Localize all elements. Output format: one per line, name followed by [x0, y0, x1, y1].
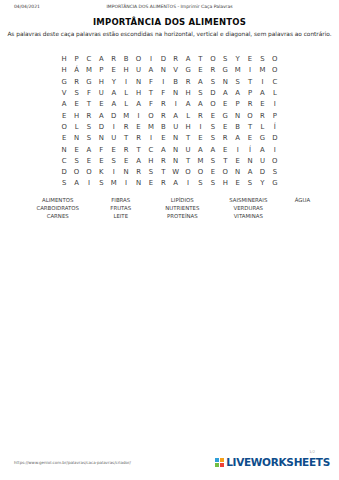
word-list-item: VERDURAS: [233, 204, 263, 212]
grid-cell-r1c4[interactable]: A: [95, 54, 107, 65]
word-list-item: SAISMINERAIS: [229, 196, 267, 204]
grid-cell-r2c15[interactable]: M: [231, 65, 243, 76]
grid-cell-r7c8[interactable]: M: [145, 122, 157, 133]
grid-cell-r9c16[interactable]: Í: [244, 144, 256, 155]
grid-cell-r7c11[interactable]: H: [182, 122, 194, 133]
grid-cell-r3c5[interactable]: Y: [108, 77, 120, 88]
grid-cell-r4c8[interactable]: T: [145, 88, 157, 99]
grid-cell-r9c2[interactable]: E: [70, 144, 82, 155]
grid-cell-r9c1[interactable]: N: [58, 144, 70, 155]
grid-cell-r3c10[interactable]: B: [170, 77, 182, 88]
grid-cell-r11c16[interactable]: A: [244, 167, 256, 178]
grid-cell-r7c4[interactable]: D: [95, 122, 107, 133]
grid-cell-r1c9[interactable]: D: [157, 54, 169, 65]
grid-cell-r4c16[interactable]: P: [244, 88, 256, 99]
grid-cell-r12c8[interactable]: E: [145, 178, 157, 189]
grid-cell-r12c15[interactable]: E: [231, 178, 243, 189]
grid-cell-r4c12[interactable]: S: [194, 88, 206, 99]
grid-cell-r3c18[interactable]: C: [269, 77, 281, 88]
grid-cell-r11c7[interactable]: R: [132, 167, 144, 178]
grid-cell-r4c3[interactable]: F: [83, 88, 95, 99]
grid-cell-r12c3[interactable]: I: [83, 178, 95, 189]
logo-square: [220, 458, 224, 462]
grid-cell-r6c1[interactable]: E: [58, 110, 70, 121]
grid-cell-r9c18[interactable]: I: [269, 144, 281, 155]
word-list-item: CARBOIDRATOS: [36, 204, 79, 212]
grid-cell-r11c15[interactable]: N: [231, 167, 243, 178]
grid-cell-r2c18[interactable]: O: [269, 65, 281, 76]
word-list-column: ALIMENTOSCARBOIDRATOSCARNES: [24, 196, 91, 220]
grid-cell-r3c14[interactable]: N: [219, 77, 231, 88]
grid-cell-r6c2[interactable]: H: [70, 110, 82, 121]
grid-cell-r6c5[interactable]: D: [108, 110, 120, 121]
grid-cell-r9c6[interactable]: R: [120, 144, 132, 155]
grid-cell-r7c5[interactable]: I: [108, 122, 120, 133]
grid-cell-r5c15[interactable]: P: [231, 99, 243, 110]
grid-cell-r4c13[interactable]: D: [207, 88, 219, 99]
grid-cell-r1c15[interactable]: Y: [231, 54, 243, 65]
grid-cell-r9c7[interactable]: T: [132, 144, 144, 155]
grid-cell-r12c10[interactable]: A: [170, 178, 182, 189]
grid-cell-r11c14[interactable]: O: [219, 167, 231, 178]
grid-cell-r9c12[interactable]: A: [194, 144, 206, 155]
grid-cell-r2c17[interactable]: M: [256, 65, 268, 76]
grid-cell-r9c3[interactable]: A: [83, 144, 95, 155]
grid-cell-r2c9[interactable]: N: [157, 65, 169, 76]
grid-cell-r3c6[interactable]: I: [120, 77, 132, 88]
grid-cell-r3c2[interactable]: R: [70, 77, 82, 88]
grid-cell-r4c1[interactable]: V: [58, 88, 70, 99]
grid-cell-r2c5[interactable]: E: [108, 65, 120, 76]
grid-cell-r7c9[interactable]: B: [157, 122, 169, 133]
grid-cell-r4c5[interactable]: A: [108, 88, 120, 99]
grid-cell-r10c16[interactable]: N: [244, 156, 256, 167]
grid-cell-r3c13[interactable]: S: [207, 77, 219, 88]
word-list: ALIMENTOSCARBOIDRATOSCARNESFIBRASFRUTASL…: [24, 196, 323, 220]
grid-cell-r6c7[interactable]: I: [132, 110, 144, 121]
grid-cell-r10c18[interactable]: O: [269, 156, 281, 167]
grid-cell-r10c11[interactable]: T: [182, 156, 194, 167]
grid-cell-r1c5[interactable]: R: [108, 54, 120, 65]
grid-cell-r4c14[interactable]: A: [219, 88, 231, 99]
word-search-grid: HPCARBOIDRATOSYESOHÁMPEHUANVGERGMIMOGRGH…: [58, 54, 281, 190]
print-header-doc-title: IMPORTÂNCIA DOS ALIMENTOS - Imprimir Caç…: [0, 4, 339, 9]
word-list-column: FIBRASFRUTASLEITE: [91, 196, 150, 220]
grid-cell-r11c10[interactable]: W: [170, 167, 182, 178]
grid-cell-r4c7[interactable]: H: [132, 88, 144, 99]
grid-cell-r12c11[interactable]: I: [182, 178, 194, 189]
grid-cell-r10c9[interactable]: R: [157, 156, 169, 167]
grid-cell-r10c10[interactable]: N: [170, 156, 182, 167]
grid-cell-r2c6[interactable]: H: [120, 65, 132, 76]
grid-cell-r2c16[interactable]: I: [244, 65, 256, 76]
grid-cell-r2c14[interactable]: G: [219, 65, 231, 76]
grid-cell-r12c16[interactable]: S: [244, 178, 256, 189]
page-number: 1/2: [309, 450, 315, 454]
grid-cell-r3c4[interactable]: H: [95, 77, 107, 88]
liveworksheets-logo-text: LIVEWORKSHEETS: [226, 456, 330, 468]
word-list-item: ÁGUA: [295, 196, 310, 204]
grid-cell-r5c17[interactable]: E: [256, 99, 268, 110]
grid-cell-r12c1[interactable]: S: [58, 178, 70, 189]
grid-cell-r8c13[interactable]: S: [207, 133, 219, 144]
grid-cell-r1c8[interactable]: I: [145, 54, 157, 65]
grid-cell-r11c4[interactable]: K: [95, 167, 107, 178]
grid-cell-r4c11[interactable]: H: [182, 88, 194, 99]
grid-cell-r8c16[interactable]: E: [244, 133, 256, 144]
grid-cell-r8c5[interactable]: U: [108, 133, 120, 144]
grid-cell-r6c8[interactable]: O: [145, 110, 157, 121]
grid-cell-r9c14[interactable]: E: [219, 144, 231, 155]
grid-cell-r2c10[interactable]: V: [170, 65, 182, 76]
grid-cell-r6c14[interactable]: G: [219, 110, 231, 121]
grid-cell-r12c9[interactable]: R: [157, 178, 169, 189]
grid-cell-r10c1[interactable]: C: [58, 156, 70, 167]
grid-cell-r6c12[interactable]: R: [194, 110, 206, 121]
word-list-item: VITAMINAS: [234, 212, 263, 220]
grid-cell-r5c2[interactable]: E: [70, 99, 82, 110]
page-title: IMPORTÂNCIA DOS ALIMENTOS: [0, 17, 339, 27]
grid-cell-r8c11[interactable]: T: [182, 133, 194, 144]
grid-cell-r12c2[interactable]: A: [70, 178, 82, 189]
grid-cell-r4c9[interactable]: F: [157, 88, 169, 99]
grid-cell-r1c13[interactable]: O: [207, 54, 219, 65]
logo-square: [220, 463, 224, 467]
footer-source-url: https://www.geniol.com.br/palavras/caca-…: [14, 460, 131, 465]
grid-cell-r5c5[interactable]: A: [108, 99, 120, 110]
grid-cell-r8c6[interactable]: T: [120, 133, 132, 144]
grid-cell-r6c6[interactable]: M: [120, 110, 132, 121]
grid-cell-r9c10[interactable]: N: [170, 144, 182, 155]
grid-cell-r3c8[interactable]: F: [145, 77, 157, 88]
grid-cell-r2c2[interactable]: Á: [70, 65, 82, 76]
grid-cell-r10c17[interactable]: U: [256, 156, 268, 167]
grid-cell-r9c11[interactable]: U: [182, 144, 194, 155]
grid-cell-r5c12[interactable]: A: [194, 99, 206, 110]
grid-cell-r5c9[interactable]: R: [157, 99, 169, 110]
grid-cell-r11c18[interactable]: S: [269, 167, 281, 178]
word-list-item: FIBRAS: [111, 196, 130, 204]
grid-cell-r7c13[interactable]: S: [207, 122, 219, 133]
grid-cell-r5c8[interactable]: F: [145, 99, 157, 110]
grid-cell-r5c10[interactable]: I: [170, 99, 182, 110]
grid-cell-r2c8[interactable]: A: [145, 65, 157, 76]
grid-cell-r9c17[interactable]: A: [256, 144, 268, 155]
grid-cell-r10c6[interactable]: E: [120, 156, 132, 167]
grid-cell-r8c7[interactable]: R: [132, 133, 144, 144]
grid-cell-r4c18[interactable]: L: [269, 88, 281, 99]
grid-cell-r5c6[interactable]: L: [120, 99, 132, 110]
grid-cell-r2c1[interactable]: H: [58, 65, 70, 76]
grid-cell-r10c15[interactable]: E: [231, 156, 243, 167]
grid-cell-r7c18[interactable]: Í: [269, 122, 281, 133]
grid-cell-r5c13[interactable]: O: [207, 99, 219, 110]
grid-cell-r6c13[interactable]: E: [207, 110, 219, 121]
grid-cell-r3c7[interactable]: N: [132, 77, 144, 88]
grid-cell-r12c17[interactable]: Y: [256, 178, 268, 189]
grid-cell-r6c3[interactable]: R: [83, 110, 95, 121]
word-list-item: LIPÍDIOS: [171, 196, 194, 204]
grid-cell-r8c2[interactable]: N: [70, 133, 82, 144]
grid-cell-r11c6[interactable]: N: [120, 167, 132, 178]
grid-cell-r11c12[interactable]: O: [194, 167, 206, 178]
grid-cell-r9c9[interactable]: A: [157, 144, 169, 155]
grid-cell-r12c7[interactable]: N: [132, 178, 144, 189]
grid-cell-r10c3[interactable]: E: [83, 156, 95, 167]
grid-cell-r2c3[interactable]: M: [83, 65, 95, 76]
grid-cell-r1c10[interactable]: R: [170, 54, 182, 65]
grid-cell-r8c15[interactable]: A: [231, 133, 243, 144]
grid-cell-r6c18[interactable]: P: [269, 110, 281, 121]
grid-cell-r7c12[interactable]: I: [194, 122, 206, 133]
grid-cell-r11c9[interactable]: T: [157, 167, 169, 178]
grid-cell-r10c7[interactable]: A: [132, 156, 144, 167]
word-list-item: NUTRIENTES: [165, 204, 199, 212]
grid-cell-r10c13[interactable]: S: [207, 156, 219, 167]
grid-cell-r8c17[interactable]: G: [256, 133, 268, 144]
logo-square: [215, 463, 219, 467]
grid-cell-r10c14[interactable]: T: [219, 156, 231, 167]
grid-cell-r12c13[interactable]: S: [207, 178, 219, 189]
grid-cell-r6c16[interactable]: O: [244, 110, 256, 121]
grid-cell-r9c8[interactable]: C: [145, 144, 157, 155]
grid-cell-r11c3[interactable]: O: [83, 167, 95, 178]
grid-cell-r7c2[interactable]: L: [70, 122, 82, 133]
grid-cell-r10c2[interactable]: S: [70, 156, 82, 167]
grid-cell-r5c3[interactable]: T: [83, 99, 95, 110]
grid-cell-r5c4[interactable]: E: [95, 99, 107, 110]
grid-cell-r8c8[interactable]: I: [145, 133, 157, 144]
grid-cell-r1c7[interactable]: O: [132, 54, 144, 65]
grid-cell-r8c1[interactable]: E: [58, 133, 70, 144]
grid-cell-r11c2[interactable]: O: [70, 167, 82, 178]
grid-cell-r8c10[interactable]: N: [170, 133, 182, 144]
grid-cell-r8c14[interactable]: R: [219, 133, 231, 144]
grid-cell-r11c11[interactable]: O: [182, 167, 194, 178]
grid-cell-r10c5[interactable]: S: [108, 156, 120, 167]
grid-cell-r1c17[interactable]: S: [256, 54, 268, 65]
grid-cell-r1c14[interactable]: S: [219, 54, 231, 65]
grid-cell-r2c12[interactable]: E: [194, 65, 206, 76]
grid-cell-r1c18[interactable]: O: [269, 54, 281, 65]
grid-cell-r5c16[interactable]: R: [244, 99, 256, 110]
grid-cell-r6c4[interactable]: A: [95, 110, 107, 121]
grid-cell-r5c11[interactable]: A: [182, 99, 194, 110]
grid-cell-r12c5[interactable]: M: [108, 178, 120, 189]
grid-cell-r7c14[interactable]: E: [219, 122, 231, 133]
grid-cell-r4c10[interactable]: N: [170, 88, 182, 99]
word-list-column: LIPÍDIOSNUTRIENTESPROTEÍNAS: [150, 196, 214, 220]
grid-cell-r3c12[interactable]: A: [194, 77, 206, 88]
grid-cell-r11c17[interactable]: D: [256, 167, 268, 178]
grid-cell-r8c3[interactable]: S: [83, 133, 95, 144]
grid-cell-r7c10[interactable]: U: [170, 122, 182, 133]
grid-cell-r5c7[interactable]: A: [132, 99, 144, 110]
grid-cell-r3c3[interactable]: G: [83, 77, 95, 88]
grid-cell-r3c1[interactable]: G: [58, 77, 70, 88]
grid-cell-r12c12[interactable]: S: [194, 178, 206, 189]
grid-cell-r2c11[interactable]: G: [182, 65, 194, 76]
grid-cell-r12c18[interactable]: G: [269, 178, 281, 189]
word-list-column: ÁGUA: [282, 196, 323, 220]
grid-cell-r11c5[interactable]: I: [108, 167, 120, 178]
grid-cell-r5c18[interactable]: I: [269, 99, 281, 110]
grid-cell-r1c2[interactable]: P: [70, 54, 82, 65]
grid-cell-r1c6[interactable]: B: [120, 54, 132, 65]
grid-cell-r2c4[interactable]: P: [95, 65, 107, 76]
grid-cell-r6c11[interactable]: L: [182, 110, 194, 121]
word-list-column: SAISMINERAISVERDURASVITAMINAS: [215, 196, 282, 220]
grid-cell-r9c4[interactable]: F: [95, 144, 107, 155]
grid-cell-r2c7[interactable]: U: [132, 65, 144, 76]
grid-cell-r10c12[interactable]: M: [194, 156, 206, 167]
grid-cell-r2c13[interactable]: R: [207, 65, 219, 76]
grid-cell-r7c7[interactable]: E: [132, 122, 144, 133]
grid-cell-r3c9[interactable]: I: [157, 77, 169, 88]
grid-cell-r7c15[interactable]: B: [231, 122, 243, 133]
grid-cell-r1c1[interactable]: H: [58, 54, 70, 65]
grid-cell-r11c8[interactable]: S: [145, 167, 157, 178]
grid-cell-r8c9[interactable]: E: [157, 133, 169, 144]
grid-cell-r11c1[interactable]: D: [58, 167, 70, 178]
grid-cell-r4c4[interactable]: U: [95, 88, 107, 99]
grid-cell-r3c16[interactable]: T: [244, 77, 256, 88]
grid-cell-r11c13[interactable]: E: [207, 167, 219, 178]
grid-cell-r12c4[interactable]: S: [95, 178, 107, 189]
grid-cell-r6c15[interactable]: N: [231, 110, 243, 121]
word-list-item: LEITE: [113, 212, 128, 220]
grid-cell-r10c8[interactable]: H: [145, 156, 157, 167]
grid-cell-r4c17[interactable]: A: [256, 88, 268, 99]
liveworksheets-logo-icon: [215, 458, 224, 467]
word-list-item: PROTEÍNAS: [167, 212, 198, 220]
grid-cell-r7c6[interactable]: R: [120, 122, 132, 133]
word-list-item: ALIMENTOS: [42, 196, 73, 204]
grid-cell-r7c3[interactable]: S: [83, 122, 95, 133]
grid-cell-r9c15[interactable]: I: [231, 144, 243, 155]
grid-cell-r7c1[interactable]: O: [58, 122, 70, 133]
grid-cell-r4c15[interactable]: A: [231, 88, 243, 99]
grid-cell-r8c18[interactable]: D: [269, 133, 281, 144]
grid-cell-r1c16[interactable]: E: [244, 54, 256, 65]
liveworksheets-logo: LIVEWORKSHEETS: [215, 456, 330, 468]
grid-cell-r12c6[interactable]: I: [120, 178, 132, 189]
grid-cell-r3c17[interactable]: I: [256, 77, 268, 88]
word-list-item: FRUTAS: [110, 204, 131, 212]
grid-cell-r4c2[interactable]: S: [70, 88, 82, 99]
word-list-item: CARNES: [47, 212, 69, 220]
grid-cell-r6c17[interactable]: R: [256, 110, 268, 121]
puzzle-instruction: As palavras deste caça palavras estão es…: [0, 31, 339, 37]
grid-cell-r6c10[interactable]: A: [170, 110, 182, 121]
grid-cell-r3c15[interactable]: S: [231, 77, 243, 88]
logo-square: [215, 458, 219, 462]
grid-cell-r1c11[interactable]: A: [182, 54, 194, 65]
grid-cell-r10c4[interactable]: E: [95, 156, 107, 167]
grid-cell-r9c13[interactable]: A: [207, 144, 219, 155]
grid-cell-r8c4[interactable]: N: [95, 133, 107, 144]
grid-cell-r9c5[interactable]: E: [108, 144, 120, 155]
grid-cell-r4c6[interactable]: L: [120, 88, 132, 99]
grid-cell-r5c14[interactable]: E: [219, 99, 231, 110]
grid-cell-r12c14[interactable]: H: [219, 178, 231, 189]
grid-cell-r7c17[interactable]: L: [256, 122, 268, 133]
grid-cell-r3c11[interactable]: R: [182, 77, 194, 88]
grid-cell-r5c1[interactable]: A: [58, 99, 70, 110]
grid-cell-r6c9[interactable]: R: [157, 110, 169, 121]
grid-cell-r8c12[interactable]: E: [194, 133, 206, 144]
grid-cell-r1c12[interactable]: T: [194, 54, 206, 65]
grid-cell-r1c3[interactable]: C: [83, 54, 95, 65]
grid-cell-r7c16[interactable]: T: [244, 122, 256, 133]
